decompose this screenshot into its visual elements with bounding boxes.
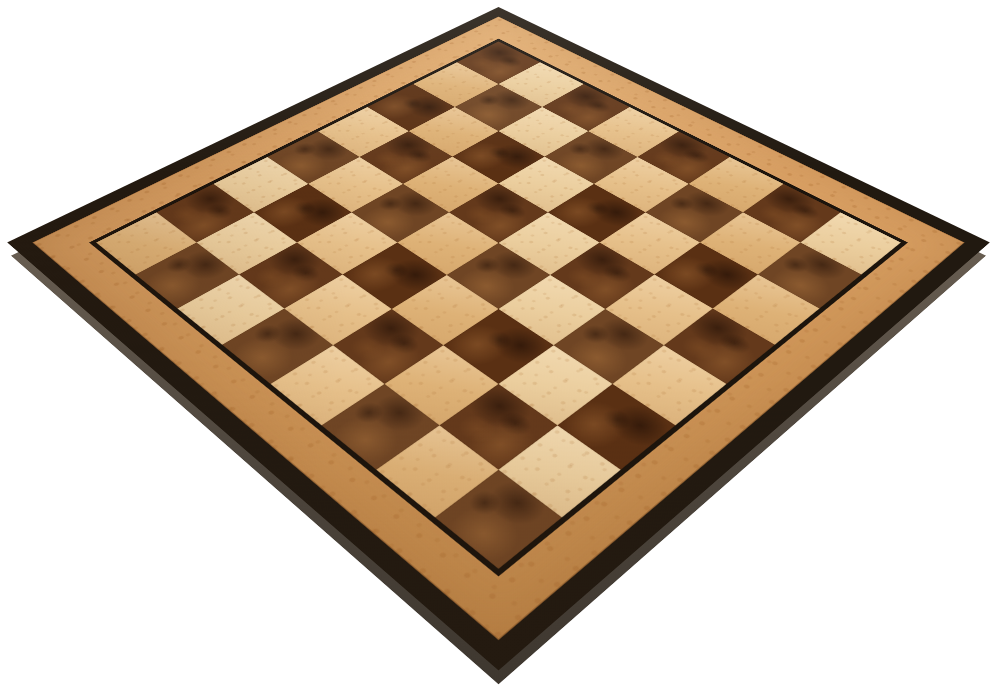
product-photo-canvas	[0, 0, 1000, 693]
playing-field	[96, 41, 901, 568]
chess-board	[7, 7, 990, 671]
chess-board-3d	[7, 7, 990, 671]
